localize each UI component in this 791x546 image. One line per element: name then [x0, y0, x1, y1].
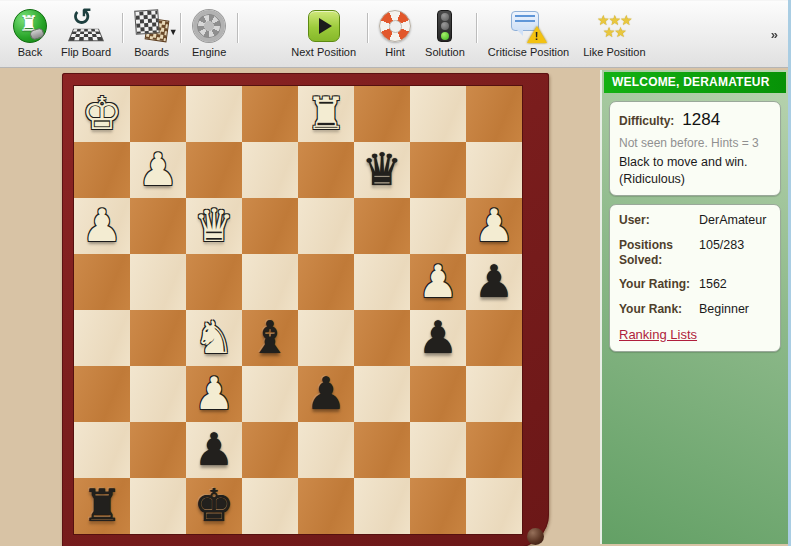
app-window: ♜ Back ↺ Flip Board ▼ [0, 0, 791, 546]
next-position-icon [308, 10, 340, 42]
square-f8[interactable] [354, 86, 410, 142]
engine-icon [193, 10, 225, 42]
square-f7[interactable]: ♛ [354, 142, 410, 198]
white-queen-c6[interactable]: ♛ [194, 198, 234, 254]
square-h2[interactable] [466, 422, 522, 478]
back-button[interactable]: ♜ Back [6, 5, 54, 60]
puzzle-subtext: Not seen before. Hints = 3 [619, 136, 771, 150]
puzzle-info-box: Difficulty: 1284 Not seen before. Hints … [609, 101, 781, 196]
square-e7[interactable] [298, 142, 354, 198]
next-position-label: Next Position [291, 46, 356, 58]
square-f1[interactable] [354, 478, 410, 534]
square-b4[interactable] [130, 310, 186, 366]
difficulty-label: Difficulty: [619, 114, 674, 128]
square-g2[interactable] [410, 422, 466, 478]
square-h8[interactable] [466, 86, 522, 142]
chess-board-frame: ♚♜♟♛♟♛♟♟♟♞♝♟♟♟♟♜♚ [62, 73, 549, 546]
square-b6[interactable] [130, 198, 186, 254]
square-b1[interactable] [130, 478, 186, 534]
black-king-c1[interactable]: ♚ [194, 478, 234, 534]
your-rank-value: Beginner [699, 302, 771, 318]
square-f4[interactable] [354, 310, 410, 366]
square-d3[interactable] [242, 366, 298, 422]
white-pawn-h6[interactable]: ♟ [474, 198, 514, 254]
square-d1[interactable] [242, 478, 298, 534]
user-label: User: [619, 213, 695, 229]
user-value: DerAmateur [699, 213, 771, 229]
square-d4[interactable]: ♝ [242, 310, 298, 366]
square-e3[interactable]: ♟ [298, 366, 354, 422]
content-area: ♚♜♟♛♟♛♟♟♟♞♝♟♟♟♟♜♚ WELCOME, DERAMATEUR Di… [0, 68, 788, 544]
black-queen-f7[interactable]: ♛ [362, 142, 402, 198]
square-f6[interactable] [354, 198, 410, 254]
toolbar-overflow-chevron[interactable]: » [771, 27, 778, 42]
difficulty-value: 1284 [682, 110, 720, 130]
white-knight-c4[interactable]: ♞ [194, 310, 234, 366]
black-pawn-h5[interactable]: ♟ [474, 254, 514, 310]
square-c8[interactable] [186, 86, 242, 142]
toolbar-separator [122, 13, 123, 43]
square-h5[interactable]: ♟ [466, 254, 522, 310]
your-rating-label: Your Rating: [619, 277, 695, 293]
square-g4[interactable]: ♟ [410, 310, 466, 366]
square-d7[interactable] [242, 142, 298, 198]
black-rook-a1[interactable]: ♜ [82, 478, 122, 534]
black-pawn-g4[interactable]: ♟ [418, 310, 458, 366]
black-bishop-d4[interactable]: ♝ [250, 310, 290, 366]
square-a6[interactable]: ♟ [74, 198, 130, 254]
square-g7[interactable] [410, 142, 466, 198]
square-e2[interactable] [298, 422, 354, 478]
welcome-banner: WELCOME, DERAMATEUR [604, 72, 786, 93]
task-text-line1: Black to move and win. [619, 155, 771, 171]
square-a3[interactable] [74, 366, 130, 422]
square-a2[interactable] [74, 422, 130, 478]
hint-icon [379, 10, 411, 42]
toolbar-separator [367, 13, 368, 43]
chess-board: ♚♜♟♛♟♛♟♟♟♞♝♟♟♟♟♜♚ [73, 85, 523, 535]
white-pawn-a6[interactable]: ♟ [82, 198, 122, 254]
next-position-button[interactable]: Next Position [284, 5, 363, 60]
boards-label: Boards [134, 46, 169, 58]
your-rating-value: 1562 [699, 277, 771, 293]
square-e1[interactable] [298, 478, 354, 534]
square-a5[interactable] [74, 254, 130, 310]
square-g3[interactable] [410, 366, 466, 422]
square-g1[interactable] [410, 478, 466, 534]
like-position-stars-icon: ★★★★★ [592, 9, 636, 43]
hint-label: Hint [385, 46, 405, 58]
square-e5[interactable] [298, 254, 354, 310]
toolbar-separator [476, 13, 477, 43]
flip-board-label: Flip Board [61, 46, 111, 58]
dropdown-arrow-icon: ▼ [169, 27, 178, 37]
toolbar-separator [237, 13, 238, 43]
solution-button[interactable]: Solution [418, 5, 472, 60]
hint-button[interactable]: Hint [372, 5, 418, 60]
square-g6[interactable] [410, 198, 466, 254]
square-c2[interactable]: ♟ [186, 422, 242, 478]
square-d5[interactable] [242, 254, 298, 310]
square-e8[interactable]: ♜ [298, 86, 354, 142]
square-h4[interactable] [466, 310, 522, 366]
black-pawn-e3[interactable]: ♟ [306, 366, 346, 422]
like-position-label: Like Position [583, 46, 645, 58]
square-b8[interactable] [130, 86, 186, 142]
back-icon: ♜ [13, 9, 47, 43]
square-a7[interactable] [74, 142, 130, 198]
square-a4[interactable] [74, 310, 130, 366]
white-pawn-b7[interactable]: ♟ [138, 142, 178, 198]
flip-board-button[interactable]: ↺ Flip Board [54, 5, 118, 60]
positions-solved-value: 105/283 [699, 238, 771, 268]
your-rank-label: Your Rank: [619, 302, 695, 318]
engine-label: Engine [192, 46, 226, 58]
square-c6[interactable]: ♛ [186, 198, 242, 254]
white-king-a8[interactable]: ♚ [82, 86, 122, 142]
square-c7[interactable] [186, 142, 242, 198]
criticise-position-label: Criticise Position [488, 46, 569, 58]
engine-button[interactable]: Engine [185, 5, 233, 60]
flip-board-icon: ↺ [71, 9, 101, 43]
criticise-position-icon: ! [511, 9, 547, 43]
square-h3[interactable] [466, 366, 522, 422]
boards-button[interactable]: ▼ Boards [127, 5, 176, 60]
square-h7[interactable] [466, 142, 522, 198]
toolbar: ♜ Back ↺ Flip Board ▼ [0, 0, 788, 68]
black-pawn-c2[interactable]: ♟ [194, 422, 234, 478]
like-position-button[interactable]: ★★★★★ Like Position [576, 5, 652, 60]
square-g8[interactable] [410, 86, 466, 142]
square-c1[interactable]: ♚ [186, 478, 242, 534]
square-e6[interactable] [298, 198, 354, 254]
square-h1[interactable] [466, 478, 522, 534]
square-f3[interactable] [354, 366, 410, 422]
square-c4[interactable]: ♞ [186, 310, 242, 366]
solution-label: Solution [425, 46, 465, 58]
ranking-lists-link[interactable]: Ranking Lists [619, 327, 697, 342]
square-d6[interactable] [242, 198, 298, 254]
back-label: Back [18, 46, 42, 58]
toolbar-separator [180, 13, 181, 43]
square-f5[interactable] [354, 254, 410, 310]
white-pawn-g5[interactable]: ♟ [418, 254, 458, 310]
task-text-line2: (Ridiculous) [619, 172, 771, 188]
square-c5[interactable] [186, 254, 242, 310]
white-pawn-c3[interactable]: ♟ [194, 366, 234, 422]
board-knob [527, 528, 544, 545]
side-panel: WELCOME, DERAMATEUR Difficulty: 1284 Not… [600, 70, 788, 544]
criticise-position-button[interactable]: ! Criticise Position [481, 5, 576, 60]
square-d8[interactable] [242, 86, 298, 142]
boards-icon: ▼ [135, 9, 169, 43]
square-a1[interactable]: ♜ [74, 478, 130, 534]
square-b5[interactable] [130, 254, 186, 310]
square-f2[interactable] [354, 422, 410, 478]
white-rook-e8[interactable]: ♜ [306, 86, 346, 142]
square-b7[interactable]: ♟ [130, 142, 186, 198]
square-g5[interactable]: ♟ [410, 254, 466, 310]
square-b2[interactable] [130, 422, 186, 478]
square-b3[interactable] [130, 366, 186, 422]
square-h6[interactable]: ♟ [466, 198, 522, 254]
positions-solved-label: Positions Solved: [619, 238, 695, 268]
square-a8[interactable]: ♚ [74, 86, 130, 142]
square-e4[interactable] [298, 310, 354, 366]
square-d2[interactable] [242, 422, 298, 478]
square-c3[interactable]: ♟ [186, 366, 242, 422]
solution-traffic-light-icon [437, 10, 452, 42]
user-info-box: User: DerAmateur Positions Solved: 105/2… [609, 204, 781, 352]
